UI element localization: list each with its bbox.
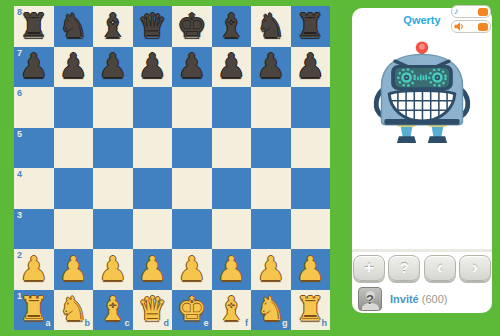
chess-piece[interactable]: ♟ [19, 252, 49, 285]
square-g3[interactable] [251, 209, 291, 250]
chess-piece[interactable]: ♝ [216, 292, 246, 325]
chess-piece[interactable]: ♛ [137, 9, 167, 42]
opponent-panel: Qwerty ♪ [352, 8, 492, 313]
square-f7[interactable]: ♟ [212, 47, 252, 88]
chess-piece[interactable]: ♝ [98, 9, 128, 42]
square-e6[interactable] [172, 87, 212, 128]
rank-label: 6 [17, 89, 22, 98]
chess-piece[interactable]: ♚ [177, 9, 207, 42]
square-a8[interactable]: 8♜ [14, 6, 54, 47]
square-f3[interactable] [212, 209, 252, 250]
chess-piece[interactable]: ♟ [98, 252, 128, 285]
chess-piece[interactable]: ♟ [177, 252, 207, 285]
square-c3[interactable] [93, 209, 133, 250]
square-b1[interactable]: b♞ [54, 290, 94, 331]
sound-toggle[interactable] [451, 20, 491, 33]
square-d6[interactable] [133, 87, 173, 128]
square-d3[interactable] [133, 209, 173, 250]
square-h1[interactable]: h♜ [291, 290, 331, 331]
control-buttons: + ? ‹ › [352, 255, 492, 281]
chess-piece[interactable]: ♟ [295, 252, 325, 285]
square-f8[interactable]: ♝ [212, 6, 252, 47]
guest-avatar: ? [358, 287, 382, 311]
help-button[interactable]: ? [388, 255, 420, 281]
chess-piece[interactable]: ♜ [19, 292, 49, 325]
sound-toggle-knob [478, 23, 488, 31]
chess-piece[interactable]: ♟ [58, 49, 88, 82]
square-b4[interactable] [54, 168, 94, 209]
square-d5[interactable] [133, 128, 173, 169]
square-b3[interactable] [54, 209, 94, 250]
panel-divider [352, 249, 492, 252]
music-note-icon: ♪ [454, 7, 459, 16]
square-d2[interactable]: ♟ [133, 249, 173, 290]
square-h8[interactable]: ♜ [291, 6, 331, 47]
chess-piece[interactable]: ♟ [177, 49, 207, 82]
player-row: ? Invité (600) [358, 287, 447, 311]
square-d4[interactable] [133, 168, 173, 209]
square-h5[interactable] [291, 128, 331, 169]
chess-piece[interactable]: ♚ [177, 292, 207, 325]
square-g7[interactable]: ♟ [251, 47, 291, 88]
chess-piece[interactable]: ♟ [58, 252, 88, 285]
chess-piece[interactable]: ♟ [98, 49, 128, 82]
square-g8[interactable]: ♞ [251, 6, 291, 47]
chess-piece[interactable]: ♞ [256, 292, 286, 325]
square-c2[interactable]: ♟ [93, 249, 133, 290]
square-d1[interactable]: d♛ [133, 290, 173, 331]
square-h4[interactable] [291, 168, 331, 209]
square-f2[interactable]: ♟ [212, 249, 252, 290]
chess-piece[interactable]: ♞ [58, 292, 88, 325]
square-b5[interactable] [54, 128, 94, 169]
chess-piece[interactable]: ♟ [137, 252, 167, 285]
square-a1[interactable]: 1a♜ [14, 290, 54, 331]
rank-label: 5 [17, 130, 22, 139]
music-toggle[interactable]: ♪ [451, 5, 491, 18]
square-c7[interactable]: ♟ [93, 47, 133, 88]
chess-piece[interactable]: ♝ [98, 292, 128, 325]
add-button[interactable]: + [353, 255, 385, 281]
square-c8[interactable]: ♝ [93, 6, 133, 47]
chess-piece[interactable]: ♟ [19, 49, 49, 82]
square-b6[interactable] [54, 87, 94, 128]
square-b2[interactable]: ♟ [54, 249, 94, 290]
chess-piece[interactable]: ♟ [256, 252, 286, 285]
square-h6[interactable] [291, 87, 331, 128]
square-c6[interactable] [93, 87, 133, 128]
square-g2[interactable]: ♟ [251, 249, 291, 290]
square-f4[interactable] [212, 168, 252, 209]
square-a7[interactable]: 7♟ [14, 47, 54, 88]
square-e4[interactable] [172, 168, 212, 209]
square-c4[interactable] [93, 168, 133, 209]
square-e2[interactable]: ♟ [172, 249, 212, 290]
player-name: Invité [390, 293, 419, 305]
square-a5[interactable]: 5 [14, 128, 54, 169]
chess-piece[interactable]: ♟ [216, 49, 246, 82]
square-a4[interactable]: 4 [14, 168, 54, 209]
square-d7[interactable]: ♟ [133, 47, 173, 88]
square-a6[interactable]: 6 [14, 87, 54, 128]
square-f5[interactable] [212, 128, 252, 169]
square-e7[interactable]: ♟ [172, 47, 212, 88]
music-toggle-knob [478, 8, 488, 16]
speaker-icon [454, 22, 464, 31]
square-d8[interactable]: ♛ [133, 6, 173, 47]
chess-piece[interactable]: ♟ [295, 49, 325, 82]
square-g5[interactable] [251, 128, 291, 169]
square-f6[interactable] [212, 87, 252, 128]
chess-piece[interactable]: ♞ [58, 9, 88, 42]
square-b7[interactable]: ♟ [54, 47, 94, 88]
chess-piece[interactable]: ♝ [216, 9, 246, 42]
square-h3[interactable] [291, 209, 331, 250]
forward-button[interactable]: › [459, 255, 491, 281]
square-c1[interactable]: c♝ [93, 290, 133, 331]
sound-toggles: ♪ [451, 5, 491, 35]
square-e5[interactable] [172, 128, 212, 169]
chess-piece[interactable]: ♟ [137, 49, 167, 82]
chess-piece[interactable]: ♟ [256, 49, 286, 82]
rank-label: 3 [17, 211, 22, 220]
player-rating: (600) [422, 293, 448, 305]
robot-avatar [370, 38, 474, 146]
question-mark-icon: ? [359, 292, 381, 307]
square-e1[interactable]: e♚ [172, 290, 212, 331]
chess-board[interactable]: 8♜♞♝♛♚♝♞♜7♟♟♟♟♟♟♟♟65432♟♟♟♟♟♟♟♟1a♜b♞c♝d♛… [14, 6, 330, 330]
back-button[interactable]: ‹ [424, 255, 456, 281]
chess-piece[interactable]: ♜ [295, 292, 325, 325]
square-b8[interactable]: ♞ [54, 6, 94, 47]
square-g1[interactable]: g♞ [251, 290, 291, 331]
square-g4[interactable] [251, 168, 291, 209]
chess-piece[interactable]: ♜ [295, 9, 325, 42]
rank-label: 4 [17, 170, 22, 179]
square-h2[interactable]: ♟ [291, 249, 331, 290]
square-g6[interactable] [251, 87, 291, 128]
square-a3[interactable]: 3 [14, 209, 54, 250]
square-e8[interactable]: ♚ [172, 6, 212, 47]
chess-piece[interactable]: ♜ [19, 9, 49, 42]
square-h7[interactable]: ♟ [291, 47, 331, 88]
square-c5[interactable] [93, 128, 133, 169]
chess-piece[interactable]: ♞ [256, 9, 286, 42]
square-f1[interactable]: f♝ [212, 290, 252, 331]
square-e3[interactable] [172, 209, 212, 250]
square-a2[interactable]: 2♟ [14, 249, 54, 290]
chess-piece[interactable]: ♛ [137, 292, 167, 325]
chess-piece[interactable]: ♟ [216, 252, 246, 285]
